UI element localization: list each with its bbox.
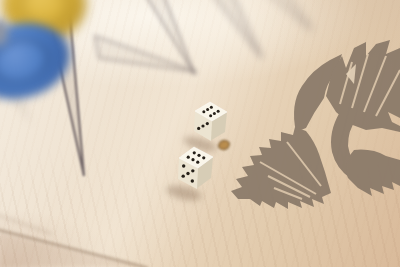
die-pip [209, 114, 212, 117]
die-pip [213, 112, 216, 115]
die-2[interactable] [178, 147, 213, 189]
die-pip [206, 122, 209, 125]
die-pip [217, 110, 220, 113]
die-pip [197, 127, 200, 130]
backgammon-board-photo [0, 0, 400, 267]
die-pip [201, 124, 204, 127]
die-1[interactable] [194, 102, 227, 141]
die-pip [182, 174, 185, 177]
die-pip [210, 106, 213, 109]
die-pip [202, 110, 205, 113]
die-pip [187, 156, 190, 159]
dice-svg [0, 0, 400, 267]
die-pip [182, 164, 185, 167]
die-pip [186, 172, 189, 175]
die-pip [191, 169, 194, 172]
die-pip [206, 108, 209, 111]
die-pip [191, 179, 194, 182]
die-pip [197, 154, 200, 157]
die-pip [193, 151, 196, 154]
die-pip [191, 158, 194, 161]
die-pip [202, 156, 205, 159]
die-pip [196, 161, 199, 164]
